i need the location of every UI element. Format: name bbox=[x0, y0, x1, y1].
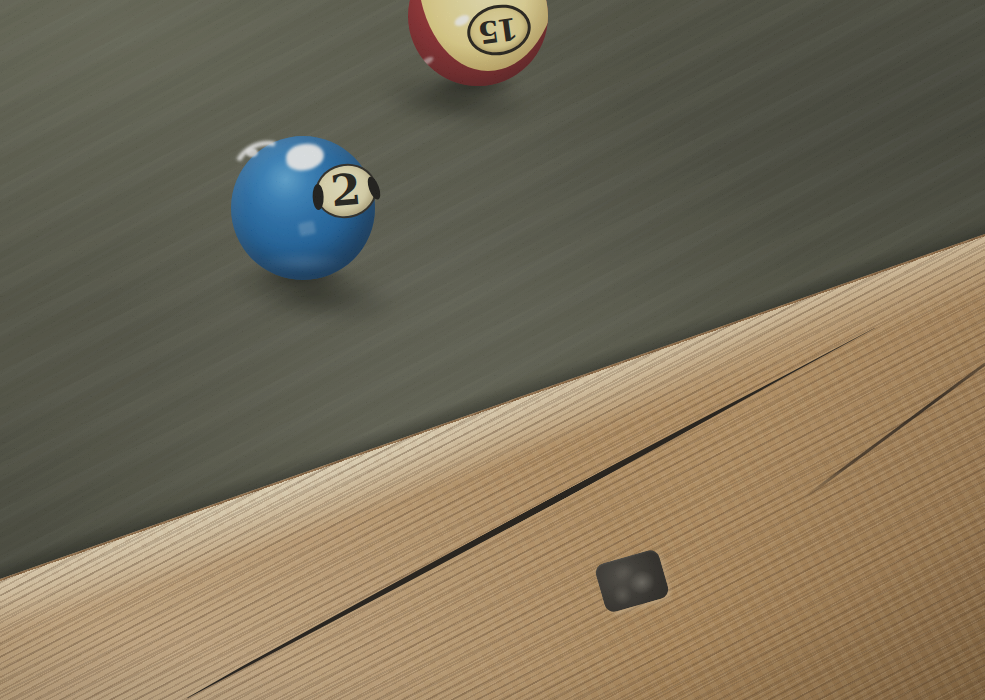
ball-2-solid[interactable]: 2 bbox=[231, 136, 375, 280]
ball-2-window-reflection bbox=[298, 220, 316, 236]
ball-2-main-highlight bbox=[286, 141, 325, 172]
pool-table-photo: 15 2 bbox=[0, 0, 985, 700]
ball-15-number: 15 bbox=[478, 13, 520, 48]
ball-2-spot-highlight bbox=[246, 148, 258, 157]
ball-2-bottom-sheen bbox=[259, 252, 347, 272]
ball-2-number: 2 bbox=[329, 167, 363, 212]
